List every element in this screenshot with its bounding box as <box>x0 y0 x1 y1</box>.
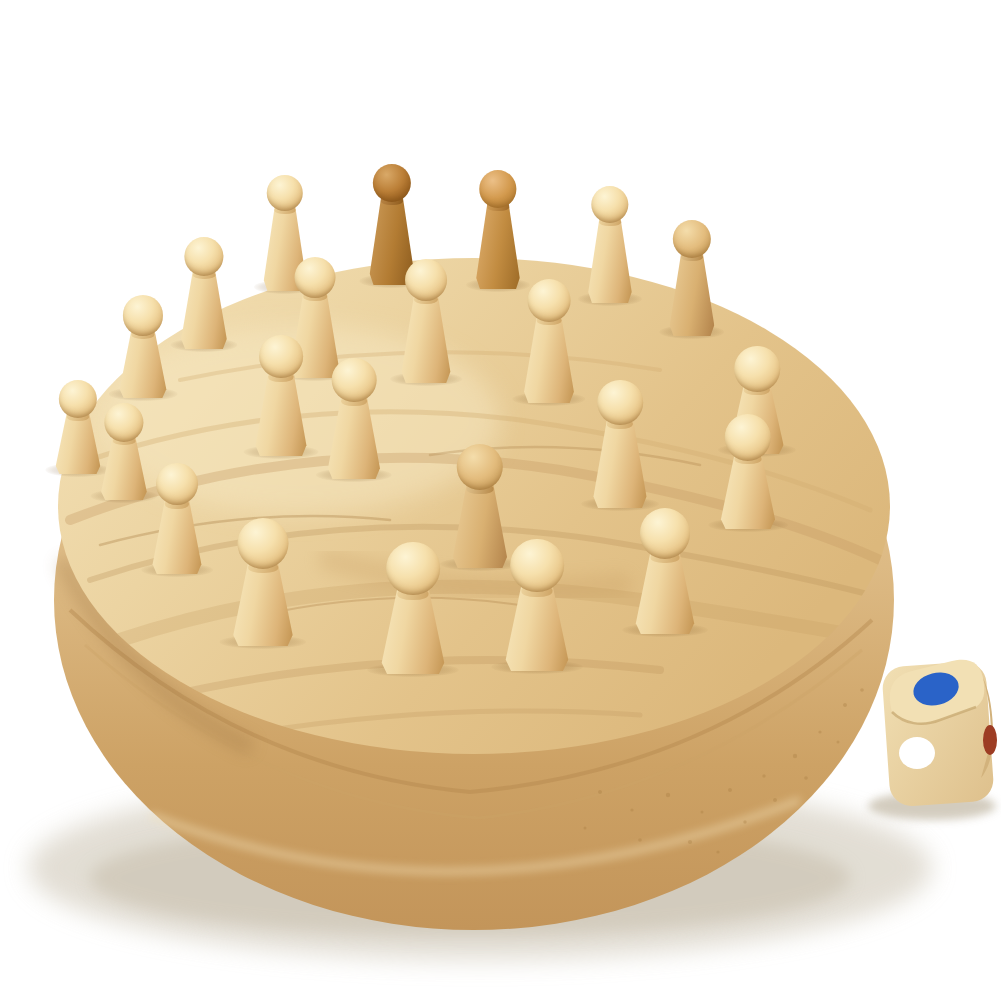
peg-head <box>591 186 628 223</box>
peg-c3-light[interactable] <box>325 358 384 480</box>
peg-b4-light[interactable] <box>521 279 577 403</box>
peg-d1-light[interactable] <box>53 380 103 475</box>
peg-head <box>373 164 411 202</box>
peg-c2-light[interactable] <box>252 335 310 457</box>
peg-e3-light[interactable] <box>502 539 573 671</box>
peg-head <box>259 335 303 379</box>
peg-head <box>332 358 377 403</box>
peg-head <box>184 237 223 276</box>
peg-head <box>267 175 303 211</box>
peg-head <box>673 220 711 258</box>
peg-c4-light[interactable] <box>590 380 650 508</box>
peg-a3-medium[interactable] <box>473 170 522 289</box>
peg-d5-light[interactable] <box>632 508 698 634</box>
product-photo-scene <box>0 0 1001 1001</box>
peg-a4-light[interactable] <box>585 186 634 303</box>
peg-head <box>597 380 643 426</box>
peg-body <box>587 212 633 303</box>
peg-head <box>156 463 198 505</box>
peg-head <box>640 508 690 558</box>
peg-b3-light[interactable] <box>398 259 453 383</box>
peg-head <box>734 346 780 392</box>
peg-d2-light[interactable] <box>98 403 150 500</box>
peg-head <box>457 444 504 491</box>
peg-e1-light[interactable] <box>229 518 296 646</box>
pegs-layer <box>0 0 1001 1001</box>
peg-head <box>479 170 516 207</box>
peg-e2-light[interactable] <box>378 542 449 674</box>
peg-head <box>237 518 288 569</box>
peg-head <box>386 542 440 596</box>
peg-head <box>59 380 97 418</box>
peg-body <box>475 197 521 289</box>
peg-head <box>725 414 772 461</box>
peg-head <box>123 295 163 335</box>
peg-d3-light[interactable] <box>149 463 204 574</box>
peg-a5-tan[interactable] <box>667 220 717 336</box>
peg-head <box>528 279 571 322</box>
peg-c5-light[interactable] <box>717 414 778 529</box>
peg-head <box>104 403 143 442</box>
peg-head <box>405 259 447 301</box>
peg-b1-light[interactable] <box>178 237 230 349</box>
peg-head <box>294 257 335 298</box>
peg-head <box>510 539 564 593</box>
peg-c1-light[interactable] <box>117 295 170 398</box>
